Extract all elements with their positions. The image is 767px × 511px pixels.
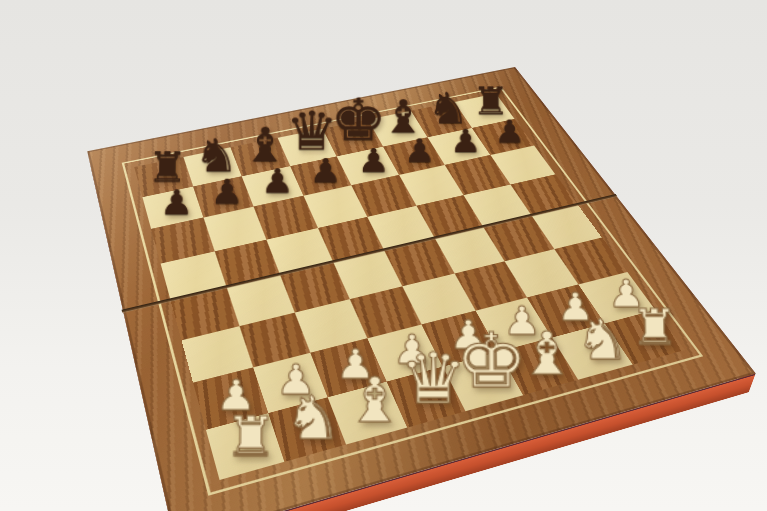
piece-black-pawn: ♟ bbox=[210, 175, 244, 209]
piece-black-pawn: ♟ bbox=[159, 185, 193, 219]
piece-white-bishop: ♝ bbox=[344, 369, 404, 431]
piece-black-pawn: ♟ bbox=[309, 154, 342, 187]
piece-black-pawn: ♟ bbox=[494, 116, 526, 148]
piece-white-queen: ♛ bbox=[400, 344, 468, 414]
piece-white-rook: ♜ bbox=[224, 410, 277, 465]
piece-white-knight: ♞ bbox=[284, 387, 343, 448]
piece-white-rook: ♜ bbox=[631, 303, 680, 352]
piece-black-pawn: ♟ bbox=[357, 144, 389, 177]
piece-black-pawn: ♟ bbox=[260, 164, 293, 198]
piece-black-queen: ♛ bbox=[285, 104, 338, 157]
piece-black-pawn: ♟ bbox=[450, 125, 482, 157]
square-h5 bbox=[510, 174, 578, 215]
piece-black-pawn: ♟ bbox=[404, 134, 436, 166]
square-a1: ♜ bbox=[206, 413, 284, 480]
piece-white-knight: ♞ bbox=[574, 311, 629, 367]
photo-stage: ♜♞♝♛♚♝♞♜♟♟♟♟♟♟♟♟♟♟♟♟♟♟♟♟♜♞♝♛♚♝♞♜ bbox=[0, 0, 767, 511]
